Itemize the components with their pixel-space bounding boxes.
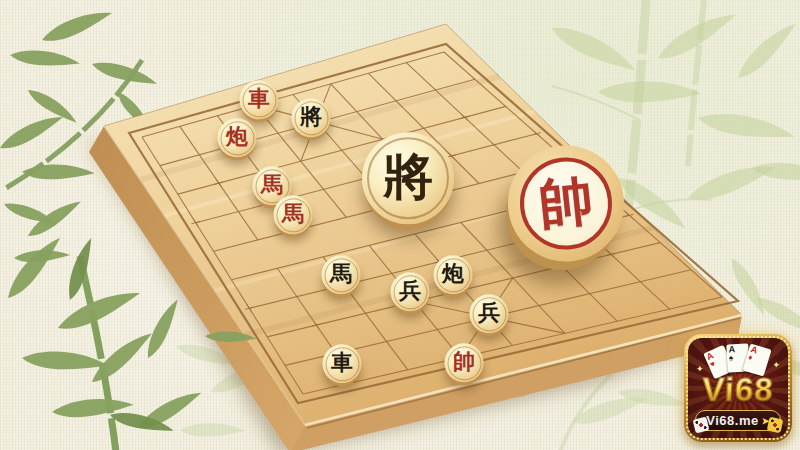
piece-red-horse[interactable]: 馬 xyxy=(274,195,313,234)
piece-glyph: 馬 xyxy=(261,174,283,196)
sparkle-icon: ✦ xyxy=(772,360,780,370)
piece-black-general[interactable]: 將 xyxy=(362,132,454,224)
piece-glyph: 車 xyxy=(248,88,270,110)
logo-backplate: A♥A♠A♦ Vi68 ✦ ✦ Vi68.me ➤ xyxy=(688,338,788,438)
piece-glyph: 馬 xyxy=(282,203,304,225)
sparkle-icon: ✦ xyxy=(696,364,704,374)
piece-black-soldier[interactable]: 兵 xyxy=(391,272,430,311)
piece-red-general[interactable]: 帥 xyxy=(445,343,484,382)
scene: 車炮將馬馬馬兵炮兵車帥將帥 A♥A♠A♦ Vi68 ✦ ✦ Vi68.me ➤ xyxy=(0,0,800,450)
piece-glyph: 炮 xyxy=(226,126,248,148)
piece-black-soldier[interactable]: 兵 xyxy=(470,294,509,333)
piece-black-horse[interactable]: 馬 xyxy=(322,255,361,294)
piece-black-general[interactable]: 將 xyxy=(292,98,331,137)
piece-glyph: 兵 xyxy=(399,280,421,302)
vi68-logo[interactable]: A♥A♠A♦ Vi68 ✦ ✦ Vi68.me ➤ xyxy=(684,334,792,442)
piece-red-cannon[interactable]: 炮 xyxy=(218,118,257,157)
piece-red-chariot[interactable]: 車 xyxy=(240,80,279,119)
logo-text: Vi68 xyxy=(688,371,788,409)
piece-glyph: 兵 xyxy=(478,302,500,324)
piece-black-chariot[interactable]: 車 xyxy=(323,344,362,383)
piece-glyph: 帥 xyxy=(536,173,595,232)
logo-site-text: Vi68.me xyxy=(706,413,758,428)
piece-glyph: 炮 xyxy=(442,263,464,285)
piece-glyph: 車 xyxy=(331,352,353,374)
piece-red-general[interactable]: 帥 xyxy=(502,140,629,267)
piece-black-cannon[interactable]: 炮 xyxy=(434,255,473,294)
piece-glyph: 帥 xyxy=(453,351,475,373)
piece-glyph: 將 xyxy=(383,152,433,202)
piece-glyph: 將 xyxy=(300,106,322,128)
piece-glyph: 馬 xyxy=(330,263,352,285)
dice-icon xyxy=(767,417,784,434)
pieces-layer: 車炮將馬馬馬兵炮兵車帥將帥 xyxy=(0,0,800,450)
